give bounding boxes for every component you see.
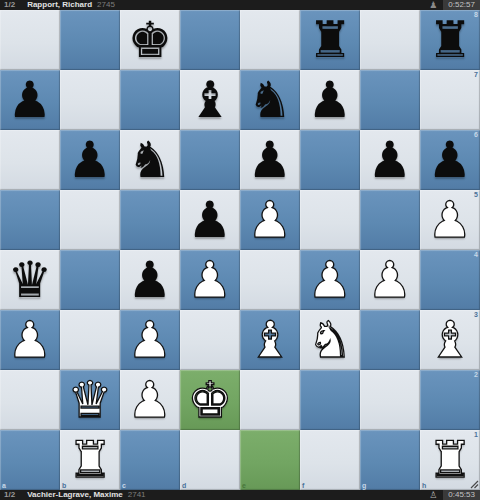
square-e4[interactable] [240, 250, 300, 310]
square-c1[interactable]: c [120, 430, 180, 490]
square-g6[interactable]: ♟ [360, 130, 420, 190]
square-f8[interactable]: ♜ [300, 10, 360, 70]
square-d4[interactable]: ♟ [180, 250, 240, 310]
black-pawn-icon: ♟ [0, 70, 60, 130]
square-a1[interactable]: a [0, 430, 60, 490]
square-d1[interactable]: d [180, 430, 240, 490]
square-g1[interactable]: g [360, 430, 420, 490]
white-knight-icon: ♞ [300, 310, 360, 370]
square-b7[interactable] [60, 70, 120, 130]
top-result: 1/2 [4, 0, 15, 10]
black-queen-icon: ♛ [0, 250, 60, 310]
black-knight-icon: ♞ [240, 70, 300, 130]
black-pawn-icon: ♟ [120, 250, 180, 310]
square-g3[interactable] [360, 310, 420, 370]
square-b6[interactable]: ♟ [60, 130, 120, 190]
square-b4[interactable] [60, 250, 120, 310]
square-c2[interactable]: ♟ [120, 370, 180, 430]
black-pawn-icon: ♟ [240, 130, 300, 190]
square-c3[interactable]: ♟ [120, 310, 180, 370]
square-a2[interactable] [0, 370, 60, 430]
black-knight-icon: ♞ [120, 130, 180, 190]
square-h5[interactable]: 5♟ [420, 190, 480, 250]
top-clock: 0:52:57 [443, 0, 480, 10]
white-pawn-icon: ♟ [300, 250, 360, 310]
square-g7[interactable] [360, 70, 420, 130]
file-label-c: c [122, 482, 126, 490]
bottom-player-rating: 2741 [128, 490, 146, 500]
square-d3[interactable] [180, 310, 240, 370]
square-h4[interactable]: 4 [420, 250, 480, 310]
square-f5[interactable] [300, 190, 360, 250]
square-c5[interactable] [120, 190, 180, 250]
square-b5[interactable] [60, 190, 120, 250]
square-c6[interactable]: ♞ [120, 130, 180, 190]
black-rook-icon: ♜ [300, 10, 360, 70]
bottom-player-name: Vachier-Lagrave, Maxime [27, 490, 123, 500]
square-e5[interactable]: ♟ [240, 190, 300, 250]
white-pawn-icon: ♟ [0, 310, 60, 370]
square-c4[interactable]: ♟ [120, 250, 180, 310]
square-b2[interactable]: ♛ [60, 370, 120, 430]
black-bishop-icon: ♝ [180, 70, 240, 130]
white-pawn-icon: ♙ [429, 490, 437, 500]
file-label-e: e [242, 482, 246, 490]
white-pawn-icon: ♟ [120, 310, 180, 370]
white-rook-icon: ♜ [60, 430, 120, 490]
top-player-rating: 2745 [97, 0, 115, 10]
square-d5[interactable]: ♟ [180, 190, 240, 250]
rank-label-8: 8 [474, 11, 478, 19]
rank-label-1: 1 [474, 431, 478, 439]
rank-label-2: 2 [474, 371, 478, 379]
black-rook-icon: ♜ [420, 10, 480, 70]
black-king-icon: ♚ [120, 10, 180, 70]
square-d2[interactable]: ♚ [180, 370, 240, 430]
black-pawn-icon: ♟ [60, 130, 120, 190]
chess-board: ♚♜8♜♟♝♞♟7♟♞♟♟6♟♟♟5♟♛♟♟♟♟4♟♟♝♞3♝♛♟♚2ab♜cd… [0, 10, 480, 490]
bottom-player-bar: 1/2 Vachier-Lagrave, Maxime 2741 ♙ 0:45:… [0, 490, 480, 500]
square-b3[interactable] [60, 310, 120, 370]
rank-label-4: 4 [474, 251, 478, 259]
square-g8[interactable] [360, 10, 420, 70]
white-bishop-icon: ♝ [420, 310, 480, 370]
square-f2[interactable] [300, 370, 360, 430]
file-label-g: g [362, 482, 366, 490]
rank-label-5: 5 [474, 191, 478, 199]
square-d7[interactable]: ♝ [180, 70, 240, 130]
black-pawn-icon: ♟ [429, 0, 437, 10]
resize-handle-icon[interactable] [470, 480, 479, 489]
file-label-h: h [422, 482, 426, 490]
black-pawn-icon: ♟ [300, 70, 360, 130]
square-e7[interactable]: ♞ [240, 70, 300, 130]
square-e6[interactable]: ♟ [240, 130, 300, 190]
bottom-result: 1/2 [4, 490, 15, 500]
square-e2[interactable] [240, 370, 300, 430]
square-g4[interactable]: ♟ [360, 250, 420, 310]
square-f7[interactable]: ♟ [300, 70, 360, 130]
white-queen-icon: ♛ [60, 370, 120, 430]
black-pawn-icon: ♟ [360, 130, 420, 190]
file-label-f: f [302, 482, 304, 490]
square-h8[interactable]: 8♜ [420, 10, 480, 70]
white-pawn-icon: ♟ [180, 250, 240, 310]
square-g5[interactable] [360, 190, 420, 250]
square-b1[interactable]: b♜ [60, 430, 120, 490]
file-label-d: d [182, 482, 186, 490]
square-a5[interactable] [0, 190, 60, 250]
square-e8[interactable] [240, 10, 300, 70]
square-f6[interactable] [300, 130, 360, 190]
square-d6[interactable] [180, 130, 240, 190]
square-h3[interactable]: 3♝ [420, 310, 480, 370]
rank-label-7: 7 [474, 71, 478, 79]
black-pawn-icon: ♟ [420, 130, 480, 190]
white-pawn-icon: ♟ [240, 190, 300, 250]
square-b8[interactable] [60, 10, 120, 70]
file-label-a: a [2, 482, 6, 490]
square-d8[interactable] [180, 10, 240, 70]
top-player-name: Rapport, Richard [27, 0, 92, 10]
square-a3[interactable]: ♟ [0, 310, 60, 370]
square-g2[interactable] [360, 370, 420, 430]
square-h2[interactable]: 2 [420, 370, 480, 430]
square-a7[interactable]: ♟ [0, 70, 60, 130]
bottom-clock: 0:45:53 [443, 490, 480, 500]
square-h7[interactable]: 7 [420, 70, 480, 130]
rank-label-3: 3 [474, 311, 478, 319]
top-player-bar: 1/2 Rapport, Richard 2745 ♟ 0:52:57 [0, 0, 480, 10]
white-bishop-icon: ♝ [240, 310, 300, 370]
square-h6[interactable]: 6♟ [420, 130, 480, 190]
square-f1[interactable]: f [300, 430, 360, 490]
white-pawn-icon: ♟ [120, 370, 180, 430]
white-pawn-icon: ♟ [360, 250, 420, 310]
rank-label-6: 6 [474, 131, 478, 139]
square-c7[interactable] [120, 70, 180, 130]
white-pawn-icon: ♟ [420, 190, 480, 250]
black-pawn-icon: ♟ [180, 190, 240, 250]
square-a6[interactable] [0, 130, 60, 190]
square-e1[interactable]: e [240, 430, 300, 490]
square-f4[interactable]: ♟ [300, 250, 360, 310]
square-f3[interactable]: ♞ [300, 310, 360, 370]
file-label-b: b [62, 482, 66, 490]
square-c8[interactable]: ♚ [120, 10, 180, 70]
square-a8[interactable] [0, 10, 60, 70]
square-e3[interactable]: ♝ [240, 310, 300, 370]
white-king-icon: ♚ [180, 370, 240, 430]
square-a4[interactable]: ♛ [0, 250, 60, 310]
